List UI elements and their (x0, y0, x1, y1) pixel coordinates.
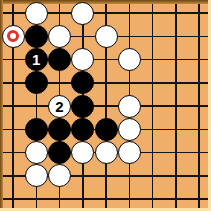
stone-white (71, 141, 94, 164)
stone-black (48, 141, 71, 164)
board-edge-bottom (0, 208, 211, 211)
stone-black (25, 118, 48, 141)
stone-black: 1 (25, 48, 48, 71)
stone-white (2, 25, 25, 48)
stone-white: 2 (48, 95, 71, 118)
stone-white (71, 48, 94, 71)
stone-black (25, 25, 48, 48)
board-edge-right (208, 0, 211, 211)
stone-white (25, 164, 48, 187)
stone-white (118, 48, 141, 71)
move-number-label: 1 (32, 52, 40, 67)
stone-white (48, 164, 71, 187)
grid-line-horizontal (3, 198, 208, 200)
go-board-diagram: 12 (0, 0, 211, 211)
stone-white (118, 118, 141, 141)
stone-white (48, 25, 71, 48)
stone-black (71, 95, 94, 118)
stone-white (95, 25, 118, 48)
stone-white (118, 95, 141, 118)
grid-line-horizontal (3, 105, 208, 107)
stone-white (95, 141, 118, 164)
stone-black (95, 118, 118, 141)
stone-white (71, 2, 94, 25)
stone-white (25, 2, 48, 25)
stone-black (48, 118, 71, 141)
stone-white (25, 141, 48, 164)
stone-black (71, 71, 94, 94)
stone-black (25, 71, 48, 94)
stone-white (118, 141, 141, 164)
stone-black (71, 118, 94, 141)
stone-black (48, 48, 71, 71)
move-number-label: 2 (55, 99, 63, 114)
circle-mark-icon (7, 30, 19, 42)
